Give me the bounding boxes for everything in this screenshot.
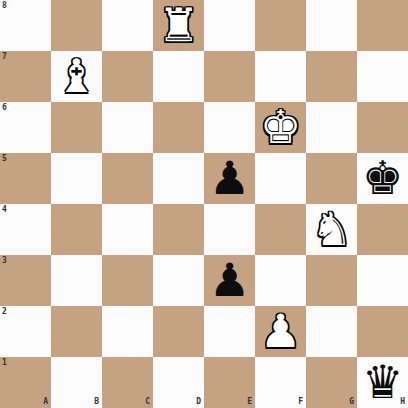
square-f3[interactable]: [255, 255, 306, 306]
square-g5[interactable]: [306, 153, 357, 204]
square-a4[interactable]: 4: [0, 204, 51, 255]
square-a5[interactable]: 5: [0, 153, 51, 204]
square-f4[interactable]: [255, 204, 306, 255]
square-a3[interactable]: 3: [0, 255, 51, 306]
square-h7[interactable]: [357, 51, 408, 102]
square-g1[interactable]: G: [306, 357, 357, 408]
square-f6[interactable]: ♚: [255, 102, 306, 153]
rank-label-3: 3: [2, 257, 7, 265]
square-e7[interactable]: [204, 51, 255, 102]
square-a2[interactable]: 2: [0, 306, 51, 357]
piece-white-king[interactable]: ♚: [260, 102, 301, 153]
square-c4[interactable]: [102, 204, 153, 255]
square-h8[interactable]: [357, 0, 408, 51]
square-e5[interactable]: ♟: [204, 153, 255, 204]
rank-label-4: 4: [2, 206, 7, 214]
square-a1[interactable]: 1A: [0, 357, 51, 408]
file-label-g: G: [349, 398, 354, 406]
piece-black-pawn[interactable]: ♟: [209, 255, 250, 306]
file-label-a: A: [43, 398, 48, 406]
rank-label-1: 1: [2, 359, 7, 367]
square-d6[interactable]: [153, 102, 204, 153]
square-g8[interactable]: [306, 0, 357, 51]
rank-label-7: 7: [2, 53, 7, 61]
square-e1[interactable]: E: [204, 357, 255, 408]
square-h1[interactable]: H♛: [357, 357, 408, 408]
square-e3[interactable]: ♟: [204, 255, 255, 306]
square-h5[interactable]: ♚: [357, 153, 408, 204]
square-d2[interactable]: [153, 306, 204, 357]
square-g6[interactable]: [306, 102, 357, 153]
file-label-h: H: [400, 398, 405, 406]
square-e2[interactable]: [204, 306, 255, 357]
square-d1[interactable]: D: [153, 357, 204, 408]
piece-white-knight[interactable]: ♞: [311, 204, 352, 255]
square-f2[interactable]: ♟: [255, 306, 306, 357]
square-f7[interactable]: [255, 51, 306, 102]
square-f8[interactable]: [255, 0, 306, 51]
square-d3[interactable]: [153, 255, 204, 306]
square-b5[interactable]: [51, 153, 102, 204]
square-b4[interactable]: [51, 204, 102, 255]
square-a6[interactable]: 6: [0, 102, 51, 153]
square-a8[interactable]: 8: [0, 0, 51, 51]
piece-black-pawn[interactable]: ♟: [209, 153, 250, 204]
square-d5[interactable]: [153, 153, 204, 204]
square-b2[interactable]: [51, 306, 102, 357]
square-d4[interactable]: [153, 204, 204, 255]
square-h2[interactable]: [357, 306, 408, 357]
square-f5[interactable]: [255, 153, 306, 204]
piece-white-rook[interactable]: ♜: [158, 0, 199, 51]
square-b8[interactable]: [51, 0, 102, 51]
square-e4[interactable]: [204, 204, 255, 255]
square-b1[interactable]: B: [51, 357, 102, 408]
square-e8[interactable]: [204, 0, 255, 51]
rank-label-8: 8: [2, 2, 7, 10]
square-g3[interactable]: [306, 255, 357, 306]
square-e6[interactable]: [204, 102, 255, 153]
chess-board: 8♜7♝6♚5♟♚4♞3♟2♟1ABCDEFGH♛: [0, 0, 408, 408]
piece-black-queen[interactable]: ♛: [362, 357, 403, 408]
square-b3[interactable]: [51, 255, 102, 306]
square-c1[interactable]: C: [102, 357, 153, 408]
piece-white-pawn[interactable]: ♟: [260, 306, 301, 357]
square-d7[interactable]: [153, 51, 204, 102]
square-c3[interactable]: [102, 255, 153, 306]
file-label-f: F: [298, 398, 303, 406]
square-c2[interactable]: [102, 306, 153, 357]
piece-black-king[interactable]: ♚: [362, 153, 403, 204]
file-label-c: C: [145, 398, 150, 406]
square-g4[interactable]: ♞: [306, 204, 357, 255]
square-b6[interactable]: [51, 102, 102, 153]
square-d8[interactable]: ♜: [153, 0, 204, 51]
square-g2[interactable]: [306, 306, 357, 357]
piece-white-bishop[interactable]: ♝: [56, 51, 97, 102]
square-c6[interactable]: [102, 102, 153, 153]
square-c7[interactable]: [102, 51, 153, 102]
square-g7[interactable]: [306, 51, 357, 102]
square-f1[interactable]: F: [255, 357, 306, 408]
rank-label-5: 5: [2, 155, 7, 163]
square-c8[interactable]: [102, 0, 153, 51]
file-label-d: D: [196, 398, 201, 406]
square-b7[interactable]: ♝: [51, 51, 102, 102]
square-h6[interactable]: [357, 102, 408, 153]
file-label-b: B: [94, 398, 99, 406]
square-c5[interactable]: [102, 153, 153, 204]
square-a7[interactable]: 7: [0, 51, 51, 102]
file-label-e: E: [247, 398, 252, 406]
rank-label-2: 2: [2, 308, 7, 316]
square-h4[interactable]: [357, 204, 408, 255]
square-h3[interactable]: [357, 255, 408, 306]
rank-label-6: 6: [2, 104, 7, 112]
